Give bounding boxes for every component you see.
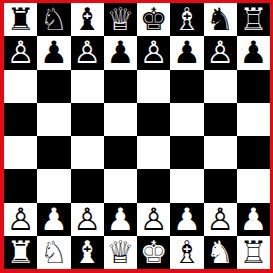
- square-e6[interactable]: [137, 70, 170, 103]
- square-b3[interactable]: [37, 169, 70, 202]
- square-d5[interactable]: [104, 103, 137, 136]
- square-b7[interactable]: ♟: [37, 36, 70, 69]
- piece-white-king[interactable]: ♚: [140, 237, 168, 268]
- square-e4[interactable]: [137, 136, 170, 169]
- square-b2[interactable]: ♟: [37, 203, 70, 236]
- piece-black-knight[interactable]: ♞: [206, 4, 234, 35]
- piece-white-bishop[interactable]: ♗: [173, 237, 201, 268]
- piece-black-king[interactable]: ♚: [140, 4, 168, 35]
- piece-black-pawn[interactable]: ♟: [106, 37, 134, 68]
- square-b1[interactable]: ♘: [37, 236, 70, 269]
- square-c1[interactable]: ♝: [71, 236, 104, 269]
- piece-white-pawn[interactable]: ♙: [73, 204, 101, 235]
- board-frame: ♜♘♝♕♚♗♞♖♙♟♙♟♙♟♙♟♙♟♙♟♙♟♙♟♜♘♝♕♚♗♞♖: [0, 0, 273, 273]
- piece-black-bishop[interactable]: ♗: [173, 4, 201, 35]
- square-d4[interactable]: [104, 136, 137, 169]
- square-g1[interactable]: ♞: [204, 236, 237, 269]
- piece-white-rook[interactable]: ♜: [7, 237, 35, 268]
- square-f1[interactable]: ♗: [170, 236, 203, 269]
- square-e8[interactable]: ♚: [137, 3, 170, 36]
- square-f8[interactable]: ♗: [170, 3, 203, 36]
- square-d2[interactable]: ♟: [104, 203, 137, 236]
- square-h5[interactable]: [237, 103, 270, 136]
- piece-black-pawn[interactable]: ♙: [140, 37, 168, 68]
- square-a1[interactable]: ♜: [4, 236, 37, 269]
- piece-white-pawn[interactable]: ♟: [239, 204, 267, 235]
- square-c2[interactable]: ♙: [71, 203, 104, 236]
- square-d3[interactable]: [104, 169, 137, 202]
- square-d6[interactable]: [104, 70, 137, 103]
- square-c4[interactable]: [71, 136, 104, 169]
- square-c7[interactable]: ♙: [71, 36, 104, 69]
- square-h2[interactable]: ♟: [237, 203, 270, 236]
- square-a7[interactable]: ♙: [4, 36, 37, 69]
- piece-white-bishop[interactable]: ♝: [73, 237, 101, 268]
- piece-black-pawn[interactable]: ♟: [173, 37, 201, 68]
- square-f6[interactable]: [170, 70, 203, 103]
- piece-black-knight[interactable]: ♘: [40, 4, 68, 35]
- piece-black-pawn[interactable]: ♙: [7, 37, 35, 68]
- piece-white-knight[interactable]: ♘: [40, 237, 68, 268]
- piece-black-pawn[interactable]: ♟: [239, 37, 267, 68]
- piece-white-rook[interactable]: ♖: [239, 237, 267, 268]
- square-h4[interactable]: [237, 136, 270, 169]
- square-d1[interactable]: ♕: [104, 236, 137, 269]
- square-g4[interactable]: [204, 136, 237, 169]
- piece-white-pawn[interactable]: ♟: [40, 204, 68, 235]
- square-h6[interactable]: [237, 70, 270, 103]
- square-b4[interactable]: [37, 136, 70, 169]
- piece-black-queen[interactable]: ♕: [106, 4, 134, 35]
- square-c3[interactable]: [71, 169, 104, 202]
- square-b8[interactable]: ♘: [37, 3, 70, 36]
- square-h3[interactable]: [237, 169, 270, 202]
- piece-white-pawn[interactable]: ♟: [106, 204, 134, 235]
- piece-black-bishop[interactable]: ♝: [73, 4, 101, 35]
- square-c5[interactable]: [71, 103, 104, 136]
- square-a4[interactable]: [4, 136, 37, 169]
- square-e5[interactable]: [137, 103, 170, 136]
- piece-black-pawn[interactable]: ♙: [73, 37, 101, 68]
- piece-white-knight[interactable]: ♞: [206, 237, 234, 268]
- square-g8[interactable]: ♞: [204, 3, 237, 36]
- square-g3[interactable]: [204, 169, 237, 202]
- square-d8[interactable]: ♕: [104, 3, 137, 36]
- piece-black-rook[interactable]: ♜: [7, 4, 35, 35]
- piece-black-rook[interactable]: ♖: [239, 4, 267, 35]
- piece-white-queen[interactable]: ♕: [106, 237, 134, 268]
- piece-white-pawn[interactable]: ♙: [140, 204, 168, 235]
- square-f7[interactable]: ♟: [170, 36, 203, 69]
- square-e7[interactable]: ♙: [137, 36, 170, 69]
- square-f2[interactable]: ♟: [170, 203, 203, 236]
- square-a8[interactable]: ♜: [4, 3, 37, 36]
- square-a5[interactable]: [4, 103, 37, 136]
- square-f5[interactable]: [170, 103, 203, 136]
- square-b5[interactable]: [37, 103, 70, 136]
- square-c6[interactable]: [71, 70, 104, 103]
- square-e2[interactable]: ♙: [137, 203, 170, 236]
- piece-white-pawn[interactable]: ♙: [206, 204, 234, 235]
- square-e1[interactable]: ♚: [137, 236, 170, 269]
- square-a6[interactable]: [4, 70, 37, 103]
- square-c8[interactable]: ♝: [71, 3, 104, 36]
- piece-black-pawn[interactable]: ♟: [40, 37, 68, 68]
- square-a2[interactable]: ♙: [4, 203, 37, 236]
- piece-white-pawn[interactable]: ♙: [7, 204, 35, 235]
- square-h7[interactable]: ♟: [237, 36, 270, 69]
- square-e3[interactable]: [137, 169, 170, 202]
- square-f4[interactable]: [170, 136, 203, 169]
- square-g5[interactable]: [204, 103, 237, 136]
- square-g6[interactable]: [204, 70, 237, 103]
- square-b6[interactable]: [37, 70, 70, 103]
- square-h8[interactable]: ♖: [237, 3, 270, 36]
- piece-white-pawn[interactable]: ♟: [173, 204, 201, 235]
- square-d7[interactable]: ♟: [104, 36, 137, 69]
- square-a3[interactable]: [4, 169, 37, 202]
- square-g7[interactable]: ♙: [204, 36, 237, 69]
- chess-board: ♜♘♝♕♚♗♞♖♙♟♙♟♙♟♙♟♙♟♙♟♙♟♙♟♜♘♝♕♚♗♞♖: [4, 3, 270, 269]
- square-g2[interactable]: ♙: [204, 203, 237, 236]
- piece-black-pawn[interactable]: ♙: [206, 37, 234, 68]
- square-f3[interactable]: [170, 169, 203, 202]
- square-h1[interactable]: ♖: [237, 236, 270, 269]
